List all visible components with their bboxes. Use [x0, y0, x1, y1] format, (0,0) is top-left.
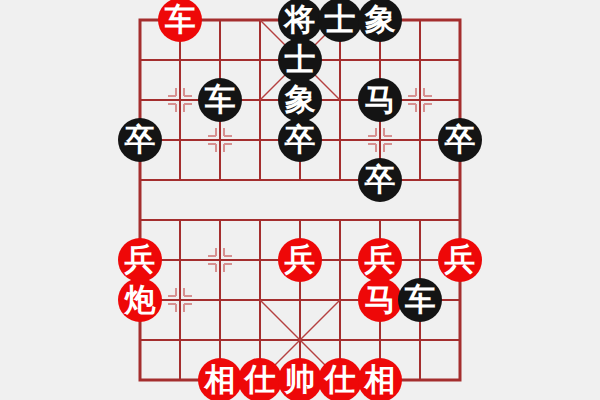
board-point-1-0[interactable]: 车	[160, 0, 200, 40]
piece-black-elephant[interactable]: 象	[278, 78, 322, 122]
board-point-8-4[interactable]	[440, 160, 480, 200]
board-point-8-8[interactable]	[440, 320, 480, 360]
board-point-5-2[interactable]	[320, 80, 360, 120]
board-point-4-0[interactable]: 将	[280, 0, 320, 40]
board-point-7-2[interactable]	[400, 80, 440, 120]
piece-black-elephant[interactable]: 象	[358, 0, 402, 42]
piece-red-cannon[interactable]: 炮	[118, 278, 162, 322]
board-point-0-6[interactable]: 兵	[120, 240, 160, 280]
piece-black-advisor[interactable]: 士	[278, 38, 322, 82]
board-point-1-1[interactable]	[160, 40, 200, 80]
board-point-5-9[interactable]: 仕	[320, 360, 360, 400]
board-point-6-8[interactable]	[360, 320, 400, 360]
board-point-1-7[interactable]	[160, 280, 200, 320]
piece-red-horse[interactable]: 马	[358, 278, 402, 322]
piece-red-soldier[interactable]: 兵	[278, 238, 322, 282]
piece-black-horse[interactable]: 马	[358, 78, 402, 122]
piece-black-chariot[interactable]: 车	[198, 78, 242, 122]
board-point-3-9[interactable]: 仕	[240, 360, 280, 400]
piece-black-soldier[interactable]: 卒	[118, 118, 162, 162]
board-point-1-9[interactable]	[160, 360, 200, 400]
board-point-2-2[interactable]: 车	[200, 80, 240, 120]
piece-red-soldier[interactable]: 兵	[118, 238, 162, 282]
board-point-1-2[interactable]	[160, 80, 200, 120]
piece-black-advisor[interactable]: 士	[318, 0, 362, 42]
board-point-0-7[interactable]: 炮	[120, 280, 160, 320]
piece-red-chariot[interactable]: 车	[158, 0, 202, 42]
board-point-7-0[interactable]	[400, 0, 440, 40]
board-point-6-6[interactable]: 兵	[360, 240, 400, 280]
board-point-6-1[interactable]	[360, 40, 400, 80]
board-point-8-7[interactable]	[440, 280, 480, 320]
piece-red-soldier[interactable]: 兵	[438, 238, 482, 282]
board-point-8-6[interactable]: 兵	[440, 240, 480, 280]
piece-black-soldier[interactable]: 卒	[278, 118, 322, 162]
board-point-3-7[interactable]	[240, 280, 280, 320]
piece-red-elephant[interactable]: 相	[358, 358, 402, 400]
board-point-4-8[interactable]	[280, 320, 320, 360]
board-point-6-7[interactable]: 马	[360, 280, 400, 320]
board-point-4-2[interactable]: 象	[280, 80, 320, 120]
board-point-6-4[interactable]: 卒	[360, 160, 400, 200]
board-grid: 车将士象士车象马卒卒卒卒兵兵兵兵炮马车相仕帅仕相	[120, 0, 480, 400]
board-point-8-3[interactable]: 卒	[440, 120, 480, 160]
board-point-7-7[interactable]: 车	[400, 280, 440, 320]
board-point-3-3[interactable]	[240, 120, 280, 160]
board-point-1-4[interactable]	[160, 160, 200, 200]
board-point-1-5[interactable]	[160, 200, 200, 240]
board-point-5-4[interactable]	[320, 160, 360, 200]
piece-red-advisor[interactable]: 仕	[238, 358, 282, 400]
board-point-8-5[interactable]	[440, 200, 480, 240]
board-point-2-9[interactable]: 相	[200, 360, 240, 400]
board-point-4-3[interactable]: 卒	[280, 120, 320, 160]
board-point-4-1[interactable]: 士	[280, 40, 320, 80]
board-point-3-2[interactable]	[240, 80, 280, 120]
board-point-5-3[interactable]	[320, 120, 360, 160]
board-point-5-0[interactable]: 士	[320, 0, 360, 40]
board-point-6-3[interactable]	[360, 120, 400, 160]
piece-black-soldier[interactable]: 卒	[438, 118, 482, 162]
board-point-2-8[interactable]	[200, 320, 240, 360]
board-point-1-6[interactable]	[160, 240, 200, 280]
board-point-1-8[interactable]	[160, 320, 200, 360]
board-point-0-2[interactable]	[120, 80, 160, 120]
board-point-3-0[interactable]	[240, 0, 280, 40]
board-point-3-1[interactable]	[240, 40, 280, 80]
board-point-4-4[interactable]	[280, 160, 320, 200]
piece-black-general[interactable]: 将	[278, 0, 322, 42]
board-point-4-5[interactable]	[280, 200, 320, 240]
board-point-7-5[interactable]	[400, 200, 440, 240]
board-point-5-6[interactable]	[320, 240, 360, 280]
board-point-7-3[interactable]	[400, 120, 440, 160]
board-point-2-3[interactable]	[200, 120, 240, 160]
xiangqi-board: 车将士象士车象马卒卒卒卒兵兵兵兵炮马车相仕帅仕相	[0, 0, 600, 400]
board-point-6-5[interactable]	[360, 200, 400, 240]
board-point-8-0[interactable]	[440, 0, 480, 40]
board-point-0-8[interactable]	[120, 320, 160, 360]
board-point-0-0[interactable]	[120, 0, 160, 40]
piece-red-advisor[interactable]: 仕	[318, 358, 362, 400]
board-point-8-1[interactable]	[440, 40, 480, 80]
board-point-0-4[interactable]	[120, 160, 160, 200]
board-point-2-6[interactable]	[200, 240, 240, 280]
board-point-2-1[interactable]	[200, 40, 240, 80]
board-point-0-3[interactable]: 卒	[120, 120, 160, 160]
board-point-6-2[interactable]: 马	[360, 80, 400, 120]
board-point-3-5[interactable]	[240, 200, 280, 240]
board-point-5-5[interactable]	[320, 200, 360, 240]
piece-black-chariot[interactable]: 车	[398, 278, 442, 322]
piece-red-elephant[interactable]: 相	[198, 358, 242, 400]
board-point-7-8[interactable]	[400, 320, 440, 360]
board-point-2-7[interactable]	[200, 280, 240, 320]
board-point-8-2[interactable]	[440, 80, 480, 120]
board-point-2-5[interactable]	[200, 200, 240, 240]
board-point-7-4[interactable]	[400, 160, 440, 200]
board-point-6-0[interactable]: 象	[360, 0, 400, 40]
board-point-5-1[interactable]	[320, 40, 360, 80]
board-point-7-9[interactable]	[400, 360, 440, 400]
board-point-7-6[interactable]	[400, 240, 440, 280]
board-point-3-4[interactable]	[240, 160, 280, 200]
board-point-5-8[interactable]	[320, 320, 360, 360]
board-point-4-6[interactable]: 兵	[280, 240, 320, 280]
piece-black-soldier[interactable]: 卒	[358, 158, 402, 202]
board-point-4-9[interactable]: 帅	[280, 360, 320, 400]
board-point-6-9[interactable]: 相	[360, 360, 400, 400]
board-point-4-7[interactable]	[280, 280, 320, 320]
board-point-5-7[interactable]	[320, 280, 360, 320]
piece-red-soldier[interactable]: 兵	[358, 238, 402, 282]
board-point-0-1[interactable]	[120, 40, 160, 80]
board-point-0-5[interactable]	[120, 200, 160, 240]
board-point-8-9[interactable]	[440, 360, 480, 400]
board-point-3-6[interactable]	[240, 240, 280, 280]
board-point-2-4[interactable]	[200, 160, 240, 200]
board-point-1-3[interactable]	[160, 120, 200, 160]
board-point-3-8[interactable]	[240, 320, 280, 360]
board-point-2-0[interactable]	[200, 0, 240, 40]
board-point-0-9[interactable]	[120, 360, 160, 400]
piece-red-general[interactable]: 帅	[278, 358, 322, 400]
board-point-7-1[interactable]	[400, 40, 440, 80]
